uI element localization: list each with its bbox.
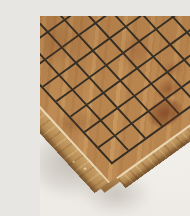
goban-photo bbox=[40, 16, 190, 216]
board bbox=[40, 16, 190, 182]
